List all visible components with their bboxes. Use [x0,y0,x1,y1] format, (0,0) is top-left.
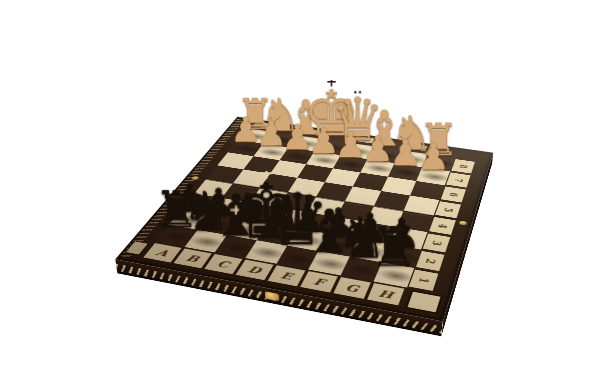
chess-board: ABCDEFGH 87654321 ♜♞♝♚+♛∴♝♞♜♟♟♟♟♟♟♟♟♟♟♟♟… [115,117,493,322]
rank-label-6: 6 [441,186,466,202]
file-label-e: E [268,265,306,286]
file-label-a: A [143,243,181,262]
rank-label-7: 7 [446,172,470,187]
file-label-d: D [236,260,274,281]
file-label-b: B [174,248,212,268]
file-label-g: G [333,277,370,299]
file-label-c: C [204,254,242,274]
board-perspective: ABCDEFGH 87654321 ♜♞♝♚+♛∴♝♞♜♟♟♟♟♟♟♟♟♟♟♟♟… [172,51,472,351]
chess-set-photo[interactable]: ABCDEFGH 87654321 ♜♞♝♚+♛∴♝♞♜♟♟♟♟♟♟♟♟♟♟♟♟… [0,0,600,380]
piece-black-rook-h1: ♜ [358,218,430,275]
file-label-h: H [367,283,404,305]
file-label-f: F [300,271,338,292]
